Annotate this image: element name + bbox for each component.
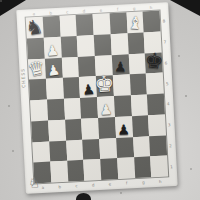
square-h5[interactable] <box>146 73 164 95</box>
rank-label-right-2: 2 <box>169 143 172 148</box>
square-d4[interactable] <box>80 97 98 119</box>
piece-black-king-h6[interactable]: ♚ <box>143 50 164 73</box>
square-g4[interactable] <box>130 94 148 116</box>
dust-speckles <box>0 0 2 2</box>
file-label-top-b: b <box>49 10 52 15</box>
square-e2[interactable] <box>99 138 117 160</box>
square-c8[interactable] <box>59 15 77 37</box>
square-h8[interactable] <box>143 11 161 33</box>
square-f4[interactable] <box>114 95 132 117</box>
square-a2[interactable] <box>32 141 50 163</box>
piece-black-pawn-f6[interactable]: ♟ <box>114 60 127 74</box>
file-label-bottom-f: f <box>126 181 128 186</box>
file-label-bottom-g: g <box>142 180 145 185</box>
square-b5[interactable] <box>46 78 64 100</box>
rank-label-right-4: 4 <box>167 102 170 107</box>
square-d1[interactable] <box>83 159 101 181</box>
square-c5[interactable] <box>62 77 80 99</box>
square-b2[interactable] <box>49 140 67 162</box>
file-label-bottom-h: h <box>159 179 162 184</box>
square-b3[interactable] <box>48 119 66 141</box>
square-c2[interactable] <box>66 139 84 161</box>
rank-label-right-6: 6 <box>165 60 168 65</box>
square-b8[interactable] <box>42 16 60 38</box>
square-g1[interactable] <box>134 157 152 179</box>
square-f1[interactable] <box>117 157 135 179</box>
square-c6[interactable] <box>61 56 79 78</box>
file-label-top-a: a <box>32 11 35 16</box>
square-c1[interactable] <box>67 160 85 182</box>
square-a5[interactable] <box>29 79 47 101</box>
square-d7[interactable] <box>77 35 95 57</box>
square-f2[interactable] <box>116 137 134 159</box>
square-f7[interactable] <box>110 33 128 55</box>
piece-black-pawn-f3[interactable]: ♟ <box>117 122 130 136</box>
file-label-top-e: e <box>99 7 102 12</box>
square-e3[interactable] <box>98 117 116 139</box>
square-a3[interactable] <box>31 120 49 142</box>
square-g7[interactable] <box>127 32 145 54</box>
file-label-bottom-d: d <box>92 182 95 187</box>
file-label-top-h: h <box>150 4 153 9</box>
board-brand-text: CHESS <box>20 68 26 88</box>
square-b1[interactable] <box>50 161 68 183</box>
square-e8[interactable] <box>93 13 111 35</box>
file-label-top-f: f <box>117 6 119 11</box>
square-f8[interactable] <box>109 12 127 34</box>
coordinate-labels: aabbccddeeffgghh87654321 <box>16 2 168 10</box>
chess-board: ♞♝♟♛♟♟♚♟♚♟♟ CHESS ♘ aabbccddeeffgghh8765… <box>16 2 177 194</box>
piece-white-pawn-e4[interactable]: ♟ <box>99 102 112 117</box>
square-h2[interactable] <box>149 135 167 157</box>
pieces-layer: ♞♝♟♛♟♟♚♟♚♟♟ <box>16 2 168 10</box>
photo-background: ♞♝♟♛♟♟♚♟♚♟♟ CHESS ♘ aabbccddeeffgghh8765… <box>0 0 200 200</box>
piece-black-pawn-d5[interactable]: ♟ <box>81 82 95 97</box>
rank-label-right-8: 8 <box>162 19 165 24</box>
piece-white-king-e5[interactable]: ♚ <box>94 73 115 96</box>
file-label-top-d: d <box>83 8 86 13</box>
file-label-bottom-a: a <box>42 185 45 190</box>
square-g2[interactable] <box>133 136 151 158</box>
square-e7[interactable] <box>94 34 112 56</box>
file-label-top-c: c <box>66 9 68 14</box>
piece-white-bishop-g8[interactable]: ♝ <box>127 14 143 32</box>
square-h4[interactable] <box>147 93 165 115</box>
file-label-bottom-e: e <box>109 181 112 186</box>
square-a4[interactable] <box>30 100 48 122</box>
square-e1[interactable] <box>100 158 118 180</box>
rank-label-right-5: 5 <box>166 81 169 86</box>
rank-label-right-3: 3 <box>168 122 171 127</box>
square-d8[interactable] <box>76 14 94 36</box>
rank-label-right-7: 7 <box>164 39 167 44</box>
square-d3[interactable] <box>81 118 99 140</box>
piece-white-pawn-b7[interactable]: ♟ <box>46 42 60 57</box>
square-c3[interactable] <box>65 119 83 141</box>
file-label-top-g: g <box>133 5 136 10</box>
square-b4[interactable] <box>47 99 65 121</box>
square-g3[interactable] <box>131 115 149 137</box>
offboard-piece-cutoff <box>76 193 91 200</box>
square-h3[interactable] <box>148 114 166 136</box>
square-h1[interactable] <box>150 156 168 178</box>
square-f5[interactable] <box>113 75 131 97</box>
square-g5[interactable] <box>129 74 147 96</box>
square-c4[interactable] <box>63 98 81 120</box>
square-d2[interactable] <box>82 138 100 160</box>
board-logo-knight-emblem: ♘ <box>28 175 40 191</box>
photo-dark-corner-right <box>170 0 200 16</box>
square-c7[interactable] <box>60 36 78 58</box>
piece-white-pawn-b6[interactable]: ♟ <box>46 63 60 79</box>
file-label-bottom-c: c <box>75 183 77 188</box>
piece-black-knight-a8[interactable]: ♞ <box>24 16 45 39</box>
file-label-bottom-b: b <box>58 184 61 189</box>
rank-label-right-1: 1 <box>170 164 173 169</box>
